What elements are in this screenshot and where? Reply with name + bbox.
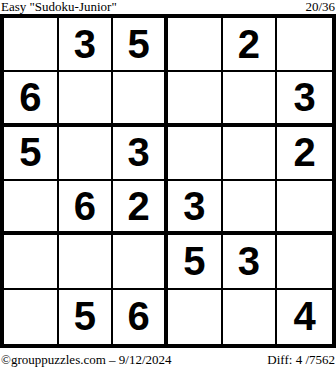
cell-r2c2-empty[interactable] bbox=[59, 72, 114, 126]
empty-cell-counter: 20/36 bbox=[305, 0, 335, 13]
cell-r6c2-given[interactable]: 5 bbox=[59, 290, 114, 344]
cell-r1c5-given[interactable]: 2 bbox=[223, 18, 278, 72]
cell-r3c3-given[interactable]: 3 bbox=[113, 127, 168, 181]
cell-r6c1-empty[interactable] bbox=[4, 290, 59, 344]
footer: ©grouppuzzles.com – 9/12/2024 Diff: 4 /7… bbox=[0, 348, 336, 370]
puzzle-page: Easy "Sudoku-Junior" 20/36 3526353262353… bbox=[0, 0, 336, 370]
cell-r2c5-empty[interactable] bbox=[223, 72, 278, 126]
cell-r6c3-given[interactable]: 6 bbox=[113, 290, 168, 344]
cell-r2c6-given[interactable]: 3 bbox=[277, 72, 332, 126]
cell-r3c4-empty[interactable] bbox=[168, 127, 223, 181]
cell-r2c3-empty[interactable] bbox=[113, 72, 168, 126]
cell-r4c6-empty[interactable] bbox=[277, 181, 332, 235]
cell-r4c5-empty[interactable] bbox=[223, 181, 278, 235]
copyright-date: ©grouppuzzles.com – 9/12/2024 bbox=[1, 353, 172, 366]
cell-r5c2-empty[interactable] bbox=[59, 235, 114, 289]
cell-r3c1-given[interactable]: 5 bbox=[4, 127, 59, 181]
cell-r5c6-empty[interactable] bbox=[277, 235, 332, 289]
sudoku-board: 3526353262353564 bbox=[0, 14, 336, 348]
cell-r3c2-empty[interactable] bbox=[59, 127, 114, 181]
cell-r5c3-empty[interactable] bbox=[113, 235, 168, 289]
cell-r6c6-given[interactable]: 4 bbox=[277, 290, 332, 344]
puzzle-title: Easy "Sudoku-Junior" bbox=[1, 0, 117, 13]
cell-r3c5-empty[interactable] bbox=[223, 127, 278, 181]
cell-r1c4-empty[interactable] bbox=[168, 18, 223, 72]
cell-r6c5-empty[interactable] bbox=[223, 290, 278, 344]
cell-r6c4-empty[interactable] bbox=[168, 290, 223, 344]
header: Easy "Sudoku-Junior" 20/36 bbox=[0, 0, 336, 14]
cell-r1c6-empty[interactable] bbox=[277, 18, 332, 72]
cell-r4c1-empty[interactable] bbox=[4, 181, 59, 235]
cell-r1c2-given[interactable]: 3 bbox=[59, 18, 114, 72]
cell-r5c1-empty[interactable] bbox=[4, 235, 59, 289]
cell-r3c6-given[interactable]: 2 bbox=[277, 127, 332, 181]
cell-r1c1-empty[interactable] bbox=[4, 18, 59, 72]
cell-r1c3-given[interactable]: 5 bbox=[113, 18, 168, 72]
cell-r4c3-given[interactable]: 2 bbox=[113, 181, 168, 235]
cell-r2c4-empty[interactable] bbox=[168, 72, 223, 126]
cell-r2c1-given[interactable]: 6 bbox=[4, 72, 59, 126]
cell-r4c2-given[interactable]: 6 bbox=[59, 181, 114, 235]
difficulty-label: Diff: 4 /7562 bbox=[267, 353, 335, 366]
cell-r4c4-given[interactable]: 3 bbox=[168, 181, 223, 235]
cell-r5c4-given[interactable]: 5 bbox=[168, 235, 223, 289]
cell-r5c5-given[interactable]: 3 bbox=[223, 235, 278, 289]
